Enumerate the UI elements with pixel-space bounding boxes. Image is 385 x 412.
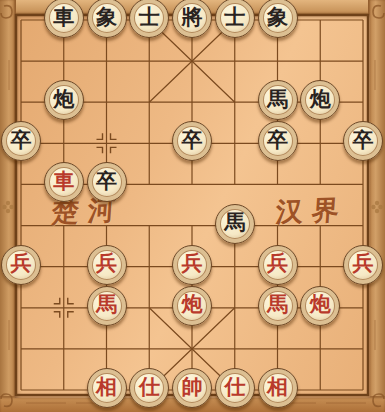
piece-character: 士 xyxy=(224,7,245,28)
piece-red-soldier[interactable]: 兵 xyxy=(172,245,212,285)
scroll-carving-icon xyxy=(373,394,384,406)
piece-red-advisor[interactable]: 仕 xyxy=(215,368,255,408)
piece-character: 將 xyxy=(182,7,203,28)
piece-character: 炮 xyxy=(53,89,74,110)
piece-black-chariot[interactable]: 車 xyxy=(44,0,84,38)
piece-character: 兵 xyxy=(353,253,374,274)
piece-character: 仕 xyxy=(224,377,245,398)
piece-character: 卒 xyxy=(182,130,203,151)
river-label-han-jie: 汉界 xyxy=(275,192,350,230)
piece-character: 兵 xyxy=(11,253,32,274)
piece-character: 相 xyxy=(267,377,288,398)
piece-character: 兵 xyxy=(267,253,288,274)
piece-character: 象 xyxy=(96,7,117,28)
piece-red-cannon[interactable]: 炮 xyxy=(300,286,340,326)
piece-black-elephant[interactable]: 象 xyxy=(258,0,298,38)
piece-black-soldier[interactable]: 卒 xyxy=(258,121,298,161)
piece-character: 卒 xyxy=(267,130,288,151)
piece-character: 炮 xyxy=(310,294,331,315)
piece-red-elephant[interactable]: 相 xyxy=(258,368,298,408)
scroll-carving-icon xyxy=(373,6,384,18)
piece-character: 兵 xyxy=(182,253,203,274)
piece-red-horse[interactable]: 馬 xyxy=(258,286,298,326)
piece-character: 卒 xyxy=(11,130,32,151)
piece-red-soldier[interactable]: 兵 xyxy=(87,245,127,285)
piece-red-horse[interactable]: 馬 xyxy=(87,286,127,326)
piece-character: 炮 xyxy=(310,89,331,110)
xiangqi-board-window: 楚河 汉界 車象士將士象炮馬炮卒卒卒卒卒馬車兵兵兵兵兵馬炮馬炮相仕帥仕相 xyxy=(0,0,385,412)
piece-red-advisor[interactable]: 仕 xyxy=(129,368,169,408)
piece-red-soldier[interactable]: 兵 xyxy=(258,245,298,285)
scroll-carving-icon xyxy=(1,6,12,18)
piece-character: 馬 xyxy=(267,89,288,110)
piece-character: 馬 xyxy=(267,294,288,315)
piece-black-soldier[interactable]: 卒 xyxy=(87,162,127,202)
piece-black-cannon[interactable]: 炮 xyxy=(44,80,84,120)
piece-black-elephant[interactable]: 象 xyxy=(87,0,127,38)
piece-character: 象 xyxy=(267,7,288,28)
piece-black-horse[interactable]: 馬 xyxy=(258,80,298,120)
piece-character: 仕 xyxy=(139,377,160,398)
piece-character: 帥 xyxy=(182,377,203,398)
piece-character: 相 xyxy=(96,377,117,398)
piece-character: 士 xyxy=(139,7,160,28)
piece-red-cannon[interactable]: 炮 xyxy=(172,286,212,326)
piece-character: 馬 xyxy=(224,212,245,233)
piece-character: 卒 xyxy=(353,130,374,151)
piece-red-soldier[interactable]: 兵 xyxy=(1,245,41,285)
scroll-carving-icon xyxy=(1,394,12,406)
piece-character: 卒 xyxy=(96,171,117,192)
piece-character: 車 xyxy=(53,171,74,192)
piece-character: 車 xyxy=(53,7,74,28)
piece-black-horse[interactable]: 馬 xyxy=(215,204,255,244)
piece-character: 兵 xyxy=(96,253,117,274)
piece-black-advisor[interactable]: 士 xyxy=(215,0,255,38)
piece-character: 炮 xyxy=(182,294,203,315)
piece-red-elephant[interactable]: 相 xyxy=(87,368,127,408)
piece-character: 馬 xyxy=(96,294,117,315)
piece-red-soldier[interactable]: 兵 xyxy=(343,245,383,285)
piece-red-chariot[interactable]: 車 xyxy=(44,162,84,202)
piece-red-general[interactable]: 帥 xyxy=(172,368,212,408)
